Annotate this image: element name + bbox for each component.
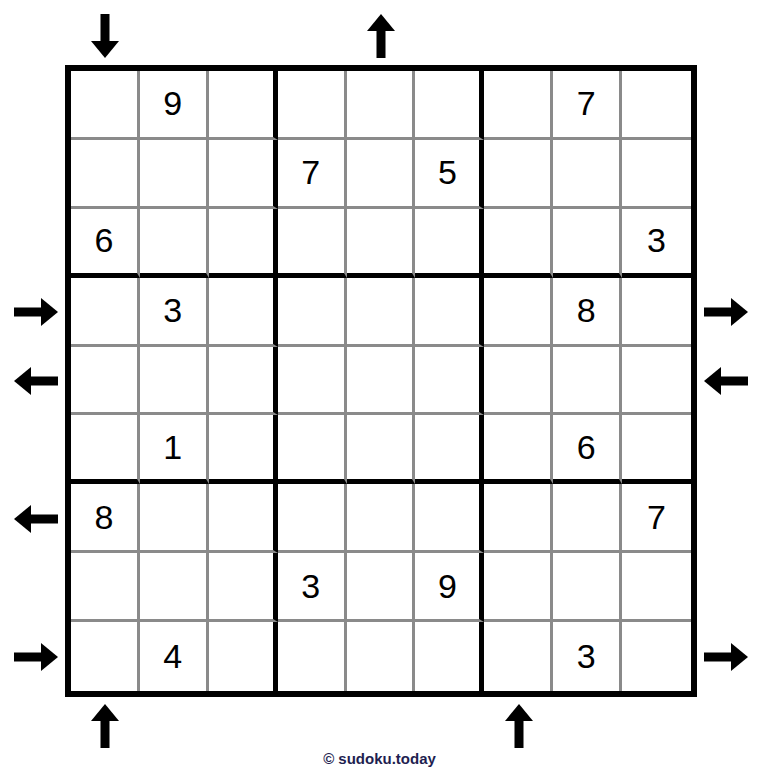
cell-r9c9[interactable] [622,622,691,691]
cell-r5c5[interactable] [347,347,416,416]
cell-r1c6[interactable] [415,71,484,140]
cell-r3c1[interactable]: 6 [71,209,140,278]
cell-r3c5[interactable] [347,209,416,278]
cell-r2c4[interactable]: 7 [278,140,347,209]
cell-r8c1[interactable] [71,553,140,622]
cell-r7c5[interactable] [347,484,416,553]
cell-r7c7[interactable] [484,484,553,553]
cell-r5c7[interactable] [484,347,553,416]
arrow-right-icon [13,634,59,680]
cell-r3c7[interactable] [484,209,553,278]
cell-r6c1[interactable] [71,415,140,484]
cell-r9c7[interactable] [484,622,553,691]
cell-r8c3[interactable] [209,553,278,622]
cell-r1c4[interactable] [278,71,347,140]
cell-r8c6[interactable]: 9 [415,553,484,622]
cell-r4c6[interactable] [415,278,484,347]
cell-r2c6[interactable]: 5 [415,140,484,209]
cell-r4c3[interactable] [209,278,278,347]
arrow-right-icon [703,289,749,335]
cell-r9c1[interactable] [71,622,140,691]
cell-r9c6[interactable] [415,622,484,691]
cell-r1c5[interactable] [347,71,416,140]
cell-r7c9[interactable]: 7 [622,484,691,553]
cell-r7c4[interactable] [278,484,347,553]
cell-r2c8[interactable] [553,140,622,209]
arrow-right-icon [13,289,59,335]
cell-r5c9[interactable] [622,347,691,416]
cell-r1c8[interactable]: 7 [553,71,622,140]
cell-r4c1[interactable] [71,278,140,347]
arrow-down-icon [82,13,128,59]
cell-r5c3[interactable] [209,347,278,416]
cell-r7c6[interactable] [415,484,484,553]
cell-r8c8[interactable] [553,553,622,622]
cell-r5c4[interactable] [278,347,347,416]
cell-r6c3[interactable] [209,415,278,484]
cell-r7c2[interactable] [140,484,209,553]
cell-r7c8[interactable] [553,484,622,553]
cell-r9c2[interactable]: 4 [140,622,209,691]
cell-r4c5[interactable] [347,278,416,347]
arrow-left-icon [13,496,59,542]
cell-r8c2[interactable] [140,553,209,622]
cell-r6c2[interactable]: 1 [140,415,209,484]
cell-r4c9[interactable] [622,278,691,347]
cell-r2c2[interactable] [140,140,209,209]
cell-r9c3[interactable] [209,622,278,691]
cell-r1c3[interactable] [209,71,278,140]
cell-r5c8[interactable] [553,347,622,416]
cell-r3c3[interactable] [209,209,278,278]
arrow-up-icon [496,703,542,749]
copyright-text: © sudoku.today [323,750,436,767]
cell-r3c6[interactable] [415,209,484,278]
cell-r5c1[interactable] [71,347,140,416]
cell-r3c2[interactable] [140,209,209,278]
cell-r5c2[interactable] [140,347,209,416]
cell-r1c9[interactable] [622,71,691,140]
cell-r3c9[interactable]: 3 [622,209,691,278]
sudoku-board: 9775633816873943 [65,65,697,697]
cell-r4c4[interactable] [278,278,347,347]
cell-r9c4[interactable] [278,622,347,691]
cell-r1c2[interactable]: 9 [140,71,209,140]
cell-r6c8[interactable]: 6 [553,415,622,484]
cell-r4c2[interactable]: 3 [140,278,209,347]
cell-r2c3[interactable] [209,140,278,209]
cell-r1c1[interactable] [71,71,140,140]
arrow-left-icon [13,358,59,404]
cell-r6c4[interactable] [278,415,347,484]
cell-r3c8[interactable] [553,209,622,278]
cell-r9c5[interactable] [347,622,416,691]
arrow-left-icon [703,358,749,404]
cell-r6c6[interactable] [415,415,484,484]
cell-r8c4[interactable]: 3 [278,553,347,622]
cell-r2c7[interactable] [484,140,553,209]
cell-r2c9[interactable] [622,140,691,209]
cell-r5c6[interactable] [415,347,484,416]
cell-r8c9[interactable] [622,553,691,622]
cell-r6c9[interactable] [622,415,691,484]
cell-r2c5[interactable] [347,140,416,209]
cell-r8c5[interactable] [347,553,416,622]
arrow-up-icon [82,703,128,749]
arrow-up-icon [358,13,404,59]
cell-r6c5[interactable] [347,415,416,484]
footer-credit: © sudoku.today [0,750,759,767]
cell-r4c8[interactable]: 8 [553,278,622,347]
arrow-right-icon [703,634,749,680]
cell-r4c7[interactable] [484,278,553,347]
cell-r7c3[interactable] [209,484,278,553]
cell-r2c1[interactable] [71,140,140,209]
cell-r6c7[interactable] [484,415,553,484]
cell-r9c8[interactable]: 3 [553,622,622,691]
cell-r3c4[interactable] [278,209,347,278]
cell-r1c7[interactable] [484,71,553,140]
cell-r7c1[interactable]: 8 [71,484,140,553]
cell-r8c7[interactable] [484,553,553,622]
